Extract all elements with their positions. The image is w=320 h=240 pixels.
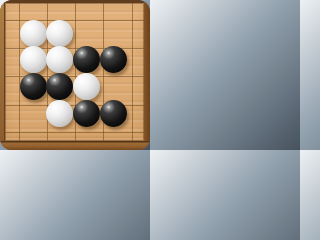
grid-vline-5 [132,3,133,141]
board-surface[interactable] [5,3,144,141]
stones-layer [20,20,127,127]
gomoku-board-icon[interactable] [0,0,150,150]
white-stone [20,46,47,73]
white-stone [20,20,47,47]
black-stone [100,46,127,73]
black-stone [46,73,73,100]
board-frame-bottom [0,141,150,150]
white-stone [73,73,100,100]
black-stone [73,100,100,127]
grid-hline-5 [5,132,144,133]
black-stone [100,100,127,127]
black-stone [20,73,47,100]
black-stone [73,46,100,73]
board-frame-right [144,0,150,150]
white-stone [46,100,73,127]
white-stone [46,46,73,73]
white-stone [46,20,73,47]
